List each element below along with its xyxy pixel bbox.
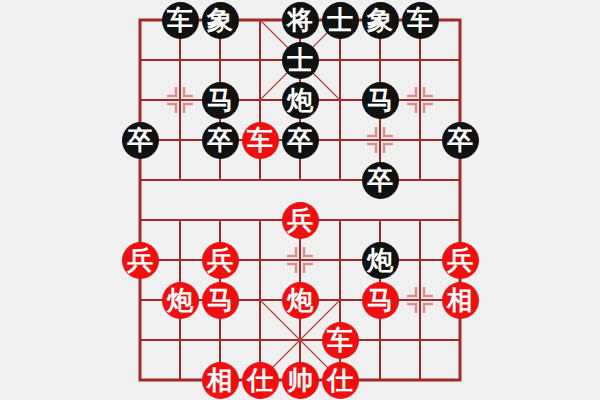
board-point[interactable] [400,320,440,360]
board-point[interactable]: 相 [440,280,480,320]
board-point[interactable] [320,120,360,160]
piece-red-soldier[interactable]: 兵 [202,242,239,279]
piece-red-advisor[interactable]: 仕 [322,362,359,399]
board-point[interactable] [400,240,440,280]
piece-black-advisor[interactable]: 士 [322,2,359,39]
board-point[interactable]: 帅 [280,360,320,400]
piece-red-horse[interactable]: 马 [362,282,399,319]
xiangqi-board-screen: 车象将士象车士马炮马卒卒车卒卒卒兵兵兵炮兵炮马炮马相车相仕帅仕 [0,0,600,400]
piece-black-soldier[interactable]: 卒 [362,162,399,199]
board-point[interactable] [160,160,200,200]
board-point[interactable] [160,40,200,80]
piece-black-elephant[interactable]: 象 [362,2,399,39]
board-point[interactable]: 兵 [440,240,480,280]
piece-black-soldier[interactable]: 卒 [202,122,239,159]
piece-black-soldier[interactable]: 卒 [122,122,159,159]
piece-red-elephant[interactable]: 相 [442,282,479,319]
board-point[interactable] [400,120,440,160]
piece-red-soldier[interactable]: 兵 [442,242,479,279]
board-point[interactable] [320,280,360,320]
board-point[interactable] [280,320,320,360]
board-point[interactable]: 仕 [320,360,360,400]
board-point[interactable] [320,80,360,120]
board-point[interactable]: 炮 [280,80,320,120]
board-point[interactable]: 炮 [160,280,200,320]
piece-red-soldier[interactable]: 兵 [122,242,159,279]
piece-black-horse[interactable]: 马 [362,82,399,119]
piece-red-cannon[interactable]: 炮 [282,282,319,319]
piece-black-cannon[interactable]: 炮 [282,82,319,119]
board-point[interactable] [320,40,360,80]
board-point[interactable] [280,240,320,280]
piece-red-soldier[interactable]: 兵 [282,202,319,239]
board-point[interactable] [160,120,200,160]
board-point[interactable]: 马 [200,80,240,120]
board-point[interactable] [240,40,280,80]
board-point[interactable] [240,0,280,40]
board-point[interactable]: 卒 [440,120,480,160]
board-point[interactable] [120,200,160,240]
board-point[interactable] [400,160,440,200]
board-point[interactable]: 车 [400,0,440,40]
board-point[interactable] [320,160,360,200]
piece-black-general[interactable]: 将 [282,2,319,39]
board-point[interactable] [120,160,160,200]
board-point[interactable] [440,160,480,200]
board-point[interactable] [160,80,200,120]
board-point[interactable]: 象 [200,0,240,40]
board-point[interactable] [360,40,400,80]
board-point[interactable] [160,320,200,360]
board-point[interactable]: 象 [360,0,400,40]
board-point[interactable]: 卒 [280,120,320,160]
board-point[interactable] [400,280,440,320]
board-point[interactable]: 卒 [200,120,240,160]
board-point[interactable]: 仕 [240,360,280,400]
piece-black-chariot[interactable]: 车 [162,2,199,39]
board-point[interactable] [440,320,480,360]
board-point[interactable] [400,40,440,80]
piece-red-elephant[interactable]: 相 [202,362,239,399]
piece-red-horse[interactable]: 马 [202,282,239,319]
board-point[interactable]: 将 [280,0,320,40]
piece-black-cannon[interactable]: 炮 [362,242,399,279]
board-point[interactable] [120,280,160,320]
board-point[interactable] [240,160,280,200]
board-point[interactable] [120,0,160,40]
piece-black-soldier[interactable]: 卒 [282,122,319,159]
board-point[interactable]: 车 [160,0,200,40]
board-point[interactable] [120,80,160,120]
board-point[interactable]: 马 [360,80,400,120]
board-point[interactable] [200,320,240,360]
board-point[interactable] [400,80,440,120]
board-point[interactable]: 车 [320,320,360,360]
board-point[interactable] [440,40,480,80]
piece-black-horse[interactable]: 马 [202,82,239,119]
board-point[interactable] [360,120,400,160]
piece-red-advisor[interactable]: 仕 [242,362,279,399]
board-point[interactable]: 兵 [280,200,320,240]
board-point[interactable]: 车 [240,120,280,160]
piece-black-chariot[interactable]: 车 [402,2,439,39]
board-point[interactable] [360,320,400,360]
board-point[interactable]: 炮 [360,240,400,280]
board-point[interactable]: 兵 [200,240,240,280]
board-point[interactable] [440,360,480,400]
piece-red-cannon[interactable]: 炮 [162,282,199,319]
board-point[interactable] [240,80,280,120]
board-point[interactable] [320,240,360,280]
board-point[interactable] [440,80,480,120]
pieces-layer: 车象将士象车士马炮马卒卒车卒卒卒兵兵兵炮兵炮马炮马相车相仕帅仕 [120,0,480,400]
board-point[interactable]: 士 [280,40,320,80]
board-point[interactable] [400,200,440,240]
board-point[interactable]: 马 [200,280,240,320]
board-point[interactable] [360,200,400,240]
board-point[interactable] [120,320,160,360]
board-point[interactable]: 卒 [120,120,160,160]
board-point[interactable]: 士 [320,0,360,40]
board-point[interactable] [200,200,240,240]
piece-red-chariot[interactable]: 车 [242,122,279,159]
board-point[interactable] [240,200,280,240]
board-point[interactable] [120,40,160,80]
board-point[interactable] [120,360,160,400]
piece-black-soldier[interactable]: 卒 [442,122,479,159]
board-point[interactable] [320,200,360,240]
piece-red-chariot[interactable]: 车 [322,322,359,359]
board-point[interactable] [400,360,440,400]
board-point[interactable] [240,280,280,320]
piece-black-advisor[interactable]: 士 [282,42,319,79]
board-point[interactable]: 兵 [120,240,160,280]
board-point[interactable] [360,360,400,400]
board-point[interactable]: 相 [200,360,240,400]
board-point[interactable] [160,240,200,280]
board-point[interactable] [440,0,480,40]
piece-black-elephant[interactable]: 象 [202,2,239,39]
board-point[interactable] [160,360,200,400]
board-point[interactable] [160,200,200,240]
board-point[interactable]: 炮 [280,280,320,320]
board-point[interactable]: 卒 [360,160,400,200]
board-point[interactable] [240,240,280,280]
board-point[interactable] [240,320,280,360]
board-point[interactable] [200,40,240,80]
board-point[interactable] [280,160,320,200]
piece-red-general[interactable]: 帅 [282,362,319,399]
board-point[interactable]: 马 [360,280,400,320]
board-point[interactable] [200,160,240,200]
board-point[interactable] [440,200,480,240]
